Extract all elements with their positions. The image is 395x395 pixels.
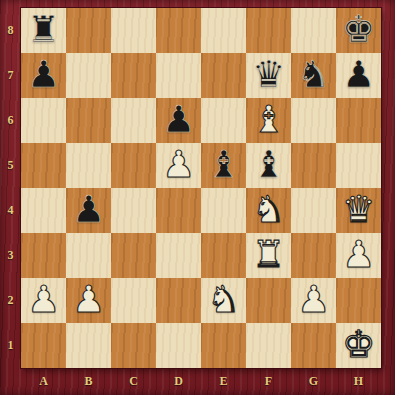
black-queen[interactable]: ♛: [252, 56, 285, 93]
file-label-b: B: [66, 368, 111, 395]
square-f1[interactable]: [246, 323, 291, 368]
white-pawn[interactable]: ♟: [342, 236, 375, 273]
square-h4[interactable]: ♛: [336, 188, 381, 233]
square-d5[interactable]: ♟: [156, 143, 201, 188]
file-label-g: G: [291, 368, 336, 395]
square-h7[interactable]: ♟: [336, 53, 381, 98]
file-label-e: E: [201, 368, 246, 395]
square-c3[interactable]: [111, 233, 156, 278]
square-h2[interactable]: [336, 278, 381, 323]
square-d7[interactable]: [156, 53, 201, 98]
white-queen[interactable]: ♛: [342, 191, 375, 228]
white-knight[interactable]: ♞: [207, 281, 240, 318]
rank-label-2: 2: [0, 278, 21, 323]
white-pawn[interactable]: ♟: [27, 281, 60, 318]
square-a8[interactable]: ♜: [21, 8, 66, 53]
black-pawn[interactable]: ♟: [342, 56, 375, 93]
square-b8[interactable]: [66, 8, 111, 53]
square-h1[interactable]: ♚: [336, 323, 381, 368]
black-pawn[interactable]: ♟: [72, 191, 105, 228]
square-d8[interactable]: [156, 8, 201, 53]
file-label-a: A: [21, 368, 66, 395]
square-e4[interactable]: [201, 188, 246, 233]
square-f2[interactable]: [246, 278, 291, 323]
square-a4[interactable]: [21, 188, 66, 233]
square-h5[interactable]: [336, 143, 381, 188]
square-h8[interactable]: ♚: [336, 8, 381, 53]
square-b5[interactable]: [66, 143, 111, 188]
rank-label-5: 5: [0, 143, 21, 188]
black-bishop[interactable]: ♝: [252, 146, 285, 183]
square-d3[interactable]: [156, 233, 201, 278]
square-d1[interactable]: [156, 323, 201, 368]
square-c6[interactable]: [111, 98, 156, 143]
square-f8[interactable]: [246, 8, 291, 53]
square-a2[interactable]: ♟: [21, 278, 66, 323]
square-a6[interactable]: [21, 98, 66, 143]
black-king[interactable]: ♚: [342, 11, 375, 48]
black-pawn[interactable]: ♟: [162, 101, 195, 138]
square-g1[interactable]: [291, 323, 336, 368]
square-c8[interactable]: [111, 8, 156, 53]
rank-label-7: 7: [0, 53, 21, 98]
file-labels: ABCDEFGH: [21, 368, 381, 395]
square-a5[interactable]: [21, 143, 66, 188]
file-label-f: F: [246, 368, 291, 395]
board-frame: 87654321 ♜♚♟♛♞♟♟♝♟♝♝♟♞♛♜♟♟♟♞♟♚ ABCDEFGH: [0, 0, 395, 395]
square-e6[interactable]: [201, 98, 246, 143]
square-e2[interactable]: ♞: [201, 278, 246, 323]
square-g6[interactable]: [291, 98, 336, 143]
black-pawn[interactable]: ♟: [27, 56, 60, 93]
square-f6[interactable]: ♝: [246, 98, 291, 143]
square-c2[interactable]: [111, 278, 156, 323]
square-e3[interactable]: [201, 233, 246, 278]
white-pawn[interactable]: ♟: [297, 281, 330, 318]
file-label-d: D: [156, 368, 201, 395]
black-knight[interactable]: ♞: [297, 56, 330, 93]
chess-board[interactable]: ♜♚♟♛♞♟♟♝♟♝♝♟♞♛♜♟♟♟♞♟♚: [21, 8, 381, 368]
white-knight[interactable]: ♞: [252, 191, 285, 228]
square-d6[interactable]: ♟: [156, 98, 201, 143]
square-g4[interactable]: [291, 188, 336, 233]
square-g3[interactable]: [291, 233, 336, 278]
rank-labels: 87654321: [0, 8, 21, 368]
square-b1[interactable]: [66, 323, 111, 368]
square-f5[interactable]: ♝: [246, 143, 291, 188]
square-e1[interactable]: [201, 323, 246, 368]
square-e7[interactable]: [201, 53, 246, 98]
square-c5[interactable]: [111, 143, 156, 188]
square-f4[interactable]: ♞: [246, 188, 291, 233]
rank-label-8: 8: [0, 8, 21, 53]
square-c1[interactable]: [111, 323, 156, 368]
square-a7[interactable]: ♟: [21, 53, 66, 98]
square-e5[interactable]: ♝: [201, 143, 246, 188]
square-h3[interactable]: ♟: [336, 233, 381, 278]
square-g2[interactable]: ♟: [291, 278, 336, 323]
square-g7[interactable]: ♞: [291, 53, 336, 98]
square-c7[interactable]: [111, 53, 156, 98]
white-pawn[interactable]: ♟: [162, 146, 195, 183]
square-d2[interactable]: [156, 278, 201, 323]
file-label-c: C: [111, 368, 156, 395]
square-f7[interactable]: ♛: [246, 53, 291, 98]
rank-label-4: 4: [0, 188, 21, 233]
square-g5[interactable]: [291, 143, 336, 188]
white-pawn[interactable]: ♟: [72, 281, 105, 318]
square-g8[interactable]: [291, 8, 336, 53]
square-b7[interactable]: [66, 53, 111, 98]
square-b4[interactable]: ♟: [66, 188, 111, 233]
rank-label-1: 1: [0, 323, 21, 368]
square-a3[interactable]: [21, 233, 66, 278]
square-a1[interactable]: [21, 323, 66, 368]
square-d4[interactable]: [156, 188, 201, 233]
white-king[interactable]: ♚: [342, 326, 375, 363]
square-f3[interactable]: ♜: [246, 233, 291, 278]
black-rook[interactable]: ♜: [27, 11, 60, 48]
square-b3[interactable]: [66, 233, 111, 278]
white-bishop[interactable]: ♝: [252, 101, 285, 138]
rank-label-6: 6: [0, 98, 21, 143]
square-c4[interactable]: [111, 188, 156, 233]
square-e8[interactable]: [201, 8, 246, 53]
square-b2[interactable]: ♟: [66, 278, 111, 323]
square-h6[interactable]: [336, 98, 381, 143]
square-b6[interactable]: [66, 98, 111, 143]
file-label-h: H: [336, 368, 381, 395]
black-bishop[interactable]: ♝: [207, 146, 240, 183]
white-rook[interactable]: ♜: [252, 236, 285, 273]
rank-label-3: 3: [0, 233, 21, 278]
